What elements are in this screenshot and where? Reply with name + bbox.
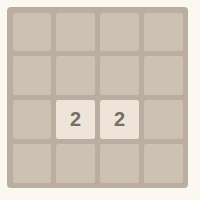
tile-2-r3c2: 2 bbox=[56, 100, 94, 138]
tile-2-r3c3: 2 bbox=[100, 100, 138, 138]
board-2048[interactable]: 22 bbox=[7, 7, 188, 188]
cell-empty-r3c1 bbox=[13, 100, 51, 138]
cell-empty-r2c3 bbox=[100, 56, 138, 94]
cell-empty-r1c1 bbox=[13, 13, 51, 51]
cell-empty-r4c4 bbox=[144, 144, 182, 182]
cell-empty-r2c2 bbox=[56, 56, 94, 94]
cell-empty-r2c1 bbox=[13, 56, 51, 94]
cell-empty-r2c4 bbox=[144, 56, 182, 94]
cell-empty-r1c3 bbox=[100, 13, 138, 51]
cell-empty-r3c4 bbox=[144, 100, 182, 138]
cell-empty-r4c3 bbox=[100, 144, 138, 182]
cell-empty-r4c1 bbox=[13, 144, 51, 182]
page-background: 22 bbox=[0, 0, 200, 200]
cell-empty-r4c2 bbox=[56, 144, 94, 182]
cell-empty-r1c2 bbox=[56, 13, 94, 51]
cell-empty-r1c4 bbox=[144, 13, 182, 51]
